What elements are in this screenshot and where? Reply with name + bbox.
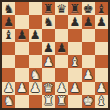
- piece-white-pawn[interactable]: ♟: [69, 82, 80, 94]
- square-b5[interactable]: [15, 42, 28, 55]
- square-a4[interactable]: [2, 55, 15, 68]
- square-a6[interactable]: ♝: [2, 29, 15, 42]
- square-g6[interactable]: [82, 29, 95, 42]
- square-a3[interactable]: [2, 68, 15, 81]
- square-d5[interactable]: ♟: [42, 42, 55, 55]
- piece-black-pawn[interactable]: ♟: [30, 29, 41, 41]
- piece-black-bishop[interactable]: ♝: [3, 29, 14, 41]
- square-c8[interactable]: [29, 2, 42, 15]
- chess-board: ♞♜♛♜♚♝♟♞♟♟♟♝♟♟♟♟♟♝♞♟♟♟♟♛♟♟♟♞♜♜♚♝: [0, 0, 110, 110]
- square-a8[interactable]: ♞: [2, 2, 15, 15]
- piece-black-pawn[interactable]: ♟: [96, 16, 107, 28]
- piece-black-pawn[interactable]: ♟: [3, 16, 14, 28]
- square-f5[interactable]: [68, 42, 81, 55]
- square-e1[interactable]: ♜: [55, 95, 68, 108]
- square-g8[interactable]: ♚: [82, 2, 95, 15]
- piece-black-pawn[interactable]: ♟: [16, 29, 27, 41]
- square-h6[interactable]: [95, 29, 108, 42]
- square-g5[interactable]: [82, 42, 95, 55]
- square-f4[interactable]: ♝: [68, 55, 81, 68]
- square-b8[interactable]: [15, 2, 28, 15]
- square-b2[interactable]: ♟: [15, 82, 28, 95]
- square-g3[interactable]: ♟: [82, 68, 95, 81]
- square-b3[interactable]: [15, 68, 28, 81]
- piece-black-rook[interactable]: ♜: [69, 3, 80, 15]
- square-h1[interactable]: ♝: [95, 95, 108, 108]
- square-e6[interactable]: [55, 29, 68, 42]
- square-a5[interactable]: [2, 42, 15, 55]
- square-e3[interactable]: [55, 68, 68, 81]
- piece-black-pawn[interactable]: ♟: [69, 16, 80, 28]
- square-h5[interactable]: [95, 42, 108, 55]
- square-h8[interactable]: ♝: [95, 2, 108, 15]
- piece-black-queen[interactable]: ♛: [56, 3, 67, 15]
- chess-board-screenshot: ♞♜♛♜♚♝♟♞♟♟♟♝♟♟♟♟♟♝♞♟♟♟♟♛♟♟♟♞♜♜♚♝: [0, 0, 110, 110]
- square-g2[interactable]: [82, 82, 95, 95]
- square-f7[interactable]: ♟: [68, 15, 81, 28]
- square-b6[interactable]: ♟: [15, 29, 28, 42]
- square-d6[interactable]: [42, 29, 55, 42]
- square-c3[interactable]: ♞: [29, 68, 42, 81]
- piece-white-bishop[interactable]: ♝: [96, 95, 107, 107]
- piece-black-bishop[interactable]: ♝: [96, 3, 107, 15]
- square-f3[interactable]: [68, 68, 81, 81]
- piece-white-pawn[interactable]: ♟: [30, 82, 41, 94]
- square-b4[interactable]: [15, 55, 28, 68]
- piece-black-knight[interactable]: ♞: [43, 16, 54, 28]
- square-h7[interactable]: ♟: [95, 15, 108, 28]
- square-d2[interactable]: ♛: [42, 82, 55, 95]
- square-a7[interactable]: ♟: [2, 15, 15, 28]
- square-c2[interactable]: ♟: [29, 82, 42, 95]
- piece-white-knight[interactable]: ♞: [3, 95, 14, 107]
- square-b1[interactable]: [15, 95, 28, 108]
- piece-white-pawn[interactable]: ♟: [83, 69, 94, 81]
- piece-white-rook[interactable]: ♜: [43, 95, 54, 107]
- square-d7[interactable]: ♞: [42, 15, 55, 28]
- square-g7[interactable]: ♟: [82, 15, 95, 28]
- square-c1[interactable]: [29, 95, 42, 108]
- square-e4[interactable]: [55, 55, 68, 68]
- square-e8[interactable]: ♛: [55, 2, 68, 15]
- square-g1[interactable]: ♚: [82, 95, 95, 108]
- square-a1[interactable]: ♞: [2, 95, 15, 108]
- square-d3[interactable]: [42, 68, 55, 81]
- square-d1[interactable]: ♜: [42, 95, 55, 108]
- square-c4[interactable]: [29, 55, 42, 68]
- piece-white-rook[interactable]: ♜: [56, 95, 67, 107]
- square-e5[interactable]: ♟: [55, 42, 68, 55]
- piece-white-pawn[interactable]: ♟: [3, 82, 14, 94]
- piece-white-pawn[interactable]: ♟: [16, 82, 27, 94]
- piece-black-king[interactable]: ♚: [83, 3, 94, 15]
- square-h3[interactable]: [95, 68, 108, 81]
- piece-black-pawn[interactable]: ♟: [83, 16, 94, 28]
- square-f2[interactable]: ♟: [68, 82, 81, 95]
- piece-white-pawn[interactable]: ♟: [56, 82, 67, 94]
- square-b7[interactable]: [15, 15, 28, 28]
- piece-white-pawn[interactable]: ♟: [43, 56, 54, 68]
- piece-white-knight[interactable]: ♞: [30, 69, 41, 81]
- square-d8[interactable]: ♜: [42, 2, 55, 15]
- piece-black-pawn[interactable]: ♟: [43, 42, 54, 54]
- square-c6[interactable]: ♟: [29, 29, 42, 42]
- square-a2[interactable]: ♟: [2, 82, 15, 95]
- square-e7[interactable]: [55, 15, 68, 28]
- piece-white-pawn[interactable]: ♟: [96, 82, 107, 94]
- square-e2[interactable]: ♟: [55, 82, 68, 95]
- square-c5[interactable]: [29, 42, 42, 55]
- square-h2[interactable]: ♟: [95, 82, 108, 95]
- square-f1[interactable]: [68, 95, 81, 108]
- piece-white-king[interactable]: ♚: [83, 95, 94, 107]
- piece-white-bishop[interactable]: ♝: [69, 56, 80, 68]
- piece-black-pawn[interactable]: ♟: [56, 42, 67, 54]
- square-f6[interactable]: [68, 29, 81, 42]
- square-f8[interactable]: ♜: [68, 2, 81, 15]
- square-c7[interactable]: [29, 15, 42, 28]
- piece-black-rook[interactable]: ♜: [43, 3, 54, 15]
- square-h4[interactable]: [95, 55, 108, 68]
- piece-black-knight[interactable]: ♞: [3, 3, 14, 15]
- piece-white-queen[interactable]: ♛: [43, 82, 54, 94]
- square-g4[interactable]: [82, 55, 95, 68]
- square-d4[interactable]: ♟: [42, 55, 55, 68]
